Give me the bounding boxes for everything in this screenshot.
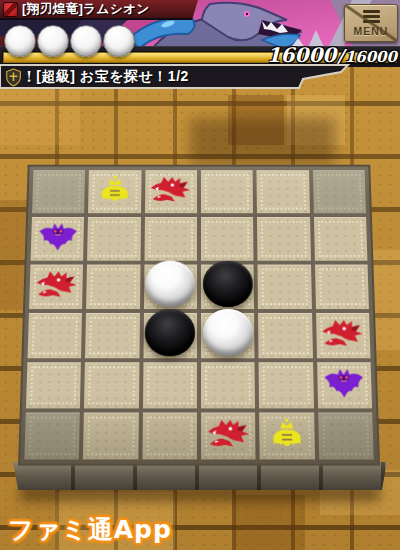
cell-r6c3[interactable] xyxy=(142,412,197,459)
board-perspective-wrap xyxy=(18,165,380,466)
white-disc xyxy=(203,309,253,356)
enemy-name-plate: [翔刃煌竜]ラムシオン xyxy=(0,0,198,20)
cell-r1c5[interactable] xyxy=(257,170,310,213)
cell-r5c4[interactable] xyxy=(201,362,255,408)
hamburger-icon xyxy=(363,10,380,23)
cell-r1c2[interactable] xyxy=(88,170,141,213)
enemy-name: [翔刃煌竜]ラムシオン xyxy=(22,1,150,18)
cell-r4c4[interactable] xyxy=(201,313,255,358)
player-orb xyxy=(103,25,135,57)
player-orbs xyxy=(4,25,135,57)
cell-r3c2[interactable] xyxy=(86,265,140,310)
cell-r5c1[interactable] xyxy=(26,362,81,408)
game-screen: [翔刃煌竜]ラムシオン MENU 16000 / 16000 ! [超級] お宝… xyxy=(0,0,400,550)
black-disc xyxy=(145,309,195,356)
famitsu-app-watermark: ファミ通App xyxy=(8,513,172,546)
bat-icon xyxy=(36,222,78,256)
cell-r1c1[interactable] xyxy=(32,170,85,213)
dragon-icon xyxy=(35,269,78,304)
cell-r2c2[interactable] xyxy=(87,217,140,261)
board-front-edge xyxy=(13,462,387,490)
hp-separator: / xyxy=(337,45,344,66)
cell-r4c3[interactable] xyxy=(143,313,197,358)
cell-r6c4[interactable] xyxy=(201,412,256,459)
cell-r3c3[interactable] xyxy=(144,265,197,310)
cell-r6c2[interactable] xyxy=(83,412,138,459)
cell-r2c3[interactable] xyxy=(144,217,197,261)
quest-banner: ! [超級] お宝を探せ！1/2 xyxy=(0,64,400,90)
cell-r5c2[interactable] xyxy=(84,362,139,408)
bat-icon xyxy=(323,367,367,403)
white-disc xyxy=(145,261,195,307)
menu-button[interactable]: MENU xyxy=(344,4,398,42)
cell-r3c6[interactable] xyxy=(315,265,369,310)
player-orb xyxy=(37,25,69,57)
cell-r2c5[interactable] xyxy=(257,217,310,261)
cell-r3c5[interactable] xyxy=(258,265,312,310)
cell-r5c3[interactable] xyxy=(143,362,197,408)
quest-label: [超級] お宝を探せ！1/2 xyxy=(36,68,189,86)
cell-r2c4[interactable] xyxy=(201,217,254,261)
cell-r3c4[interactable] xyxy=(201,265,254,310)
enemy-emblem-icon xyxy=(3,2,18,17)
player-orb xyxy=(70,25,102,57)
cell-r5c5[interactable] xyxy=(259,362,314,408)
cell-r6c6[interactable] xyxy=(318,412,374,459)
cell-r4c5[interactable] xyxy=(258,313,312,358)
dragon-icon xyxy=(321,318,364,353)
cell-r6c1[interactable] xyxy=(24,412,80,459)
reversi-board xyxy=(18,165,380,466)
quest-shield-icon xyxy=(5,68,22,87)
cell-r1c6[interactable] xyxy=(313,170,366,213)
cell-r4c6[interactable] xyxy=(316,313,371,358)
dragon-icon xyxy=(150,175,191,209)
cell-r1c4[interactable] xyxy=(201,170,253,213)
crown-icon xyxy=(265,418,309,455)
menu-label: MENU xyxy=(354,25,389,37)
cell-r4c2[interactable] xyxy=(85,313,139,358)
cell-r5c6[interactable] xyxy=(317,362,372,408)
cell-r2c6[interactable] xyxy=(314,217,368,261)
player-orb xyxy=(4,25,36,57)
cell-r3c1[interactable] xyxy=(29,265,83,310)
black-disc xyxy=(203,261,253,307)
cell-r4c1[interactable] xyxy=(28,313,83,358)
cell-r6c5[interactable] xyxy=(259,412,314,459)
cell-r1c3[interactable] xyxy=(145,170,197,213)
cell-r2c1[interactable] xyxy=(31,217,85,261)
crown-icon xyxy=(94,175,136,209)
board-back-shadow xyxy=(190,118,335,164)
quest-alert-exclamation: ! xyxy=(26,69,32,85)
dragon-icon xyxy=(207,418,250,455)
